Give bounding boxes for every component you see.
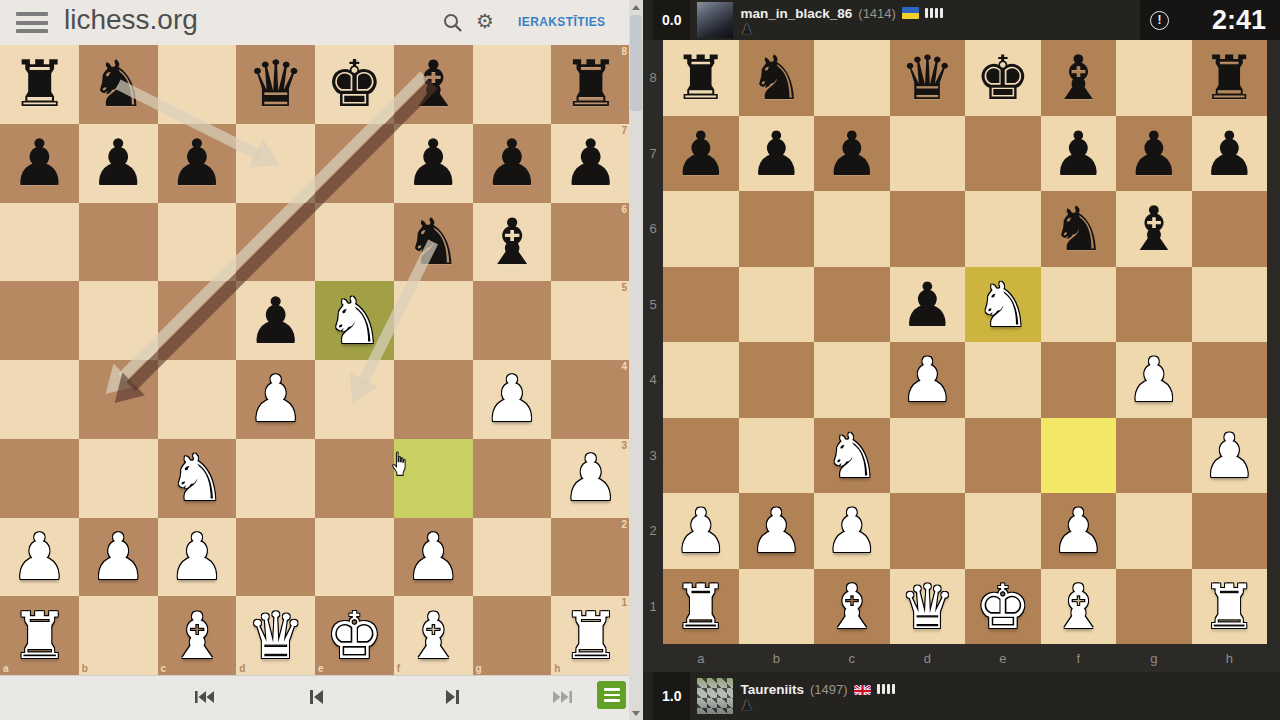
square-a6[interactable] [663,191,739,267]
screen: lichess.org ⚙ IERAKSTĪTIES ♜♞♛♚♝♜8♟♟♟♟♟♟… [0,0,1280,720]
top-clock-time: 2:41 [1212,5,1266,36]
rank-label: 5 [643,267,663,343]
square-c5[interactable] [158,281,237,360]
square-g3[interactable] [473,439,552,518]
square-c8[interactable] [158,45,237,124]
analysis-board[interactable]: ♜♞♛♚♝♜8♟♟♟♟♟♟7♞♝6♟♞5♟♟4♞♟3♟♟♟♟2♜ab♝c♛d♚e… [0,45,630,675]
top-player-bar: 0.0 man_in_black_86 (1414) ♟ ! 2:41 [643,0,1280,40]
square-a3[interactable] [663,418,739,494]
square-h5[interactable] [1192,267,1268,343]
square-e8[interactable]: ♚ [965,40,1041,116]
square-f3[interactable] [1041,418,1117,494]
file-label: h [1192,644,1268,672]
black-knight-b8[interactable]: ♞ [89,52,146,116]
square-a6[interactable] [0,203,79,282]
black-pawn-f7[interactable]: ♟ [404,131,461,195]
rank-label: 3 [621,440,627,451]
square-c1[interactable]: ♝ [814,569,890,645]
square-h2[interactable] [1192,493,1268,569]
rank-labels: 87654321 [643,40,663,644]
rank-label: 6 [643,191,663,267]
file-label: e [965,644,1041,672]
file-label: b [82,663,88,674]
connection-bars-icon [925,8,943,18]
file-label: c [814,644,890,672]
white-queen-d1[interactable]: ♛ [900,576,955,637]
square-e8[interactable]: ♚ [315,45,394,124]
top-player-score: 0.0 [653,0,690,40]
square-e5[interactable]: ♞ [315,281,394,360]
square-d1[interactable]: ♛d [236,596,315,675]
united-kingdom-flag-icon [854,683,871,695]
white-pawn-d4[interactable]: ♟ [247,367,304,431]
rank-label: 8 [621,46,627,57]
square-a8[interactable]: ♜ [663,40,739,116]
black-queen-d8[interactable]: ♛ [900,47,955,108]
square-b1[interactable]: b [79,596,158,675]
square-d3[interactable] [890,418,966,494]
info-icon[interactable]: ! [1150,11,1169,30]
square-f8[interactable]: ♝ [394,45,473,124]
square-g5[interactable] [473,281,552,360]
file-labels: abcdefgh [663,644,1267,672]
square-g8[interactable] [1116,40,1192,116]
square-h6[interactable]: 6 [551,203,630,282]
square-c6[interactable] [158,203,237,282]
site-title[interactable]: lichess.org [64,4,198,36]
square-b1[interactable] [739,569,815,645]
square-a1[interactable]: ♜a [0,596,79,675]
black-bishop-g6[interactable]: ♝ [1126,198,1181,259]
white-bishop-f1[interactable]: ♝ [404,604,461,668]
top-player-clock: ! 2:41 [1140,0,1280,40]
lichess-header: lichess.org ⚙ IERAKSTĪTIES [0,0,629,45]
square-h1[interactable]: ♜ [1192,569,1268,645]
square-h1[interactable]: ♜h1 [551,596,630,675]
square-g3[interactable] [1116,418,1192,494]
square-a4[interactable] [0,360,79,439]
square-a5[interactable] [0,281,79,360]
black-pawn-a7[interactable]: ♟ [673,123,728,184]
black-bishop-f8[interactable]: ♝ [1051,47,1106,108]
square-c1[interactable]: ♝c [158,596,237,675]
square-e6[interactable] [965,191,1041,267]
black-knight-f6[interactable]: ♞ [404,210,461,274]
file-label: a [3,663,9,674]
square-h8[interactable]: ♜8 [551,45,630,124]
square-e2[interactable] [315,518,394,597]
black-pawn-g7[interactable]: ♟ [1126,123,1181,184]
square-c4[interactable] [814,342,890,418]
white-pawn-f2[interactable]: ♟ [404,525,461,589]
square-a5[interactable] [663,267,739,343]
square-b8[interactable]: ♞ [739,40,815,116]
rank-label: 7 [621,125,627,136]
bottom-player-bar: 1.0 Taureniits (1497) [643,672,1280,720]
move-navigation-bar [0,675,629,720]
square-g1[interactable]: g [473,596,552,675]
square-f4[interactable] [394,360,473,439]
white-knight-e5[interactable]: ♞ [326,289,383,353]
square-b4[interactable] [79,360,158,439]
square-d4[interactable]: ♟ [236,360,315,439]
square-f2[interactable]: ♟ [394,518,473,597]
black-king-e8[interactable]: ♚ [975,47,1030,108]
rank-label: 1 [643,569,663,645]
square-g5[interactable] [1116,267,1192,343]
square-g7[interactable]: ♟ [473,124,552,203]
square-e5[interactable]: ♞ [965,267,1041,343]
white-pawn-b2[interactable]: ♟ [89,525,146,589]
white-king-e1[interactable]: ♚ [975,576,1030,637]
square-h7[interactable]: ♟7 [551,124,630,203]
white-pawn-h3[interactable]: ♟ [562,446,619,510]
file-label: e [318,663,324,674]
file-label: g [1116,644,1192,672]
black-bishop-f8[interactable]: ♝ [404,52,461,116]
square-d5[interactable]: ♟ [890,267,966,343]
square-d2[interactable] [890,493,966,569]
white-bishop-f1[interactable]: ♝ [1051,576,1106,637]
file-label: d [239,663,245,674]
square-b7[interactable]: ♟ [79,124,158,203]
bottom-player-score: 1.0 [653,672,690,720]
square-f4[interactable] [1041,342,1117,418]
rank-label: 5 [621,282,627,293]
black-pawn-b7[interactable]: ♟ [89,131,146,195]
square-a7[interactable]: ♟ [663,116,739,192]
square-e4[interactable] [315,360,394,439]
square-a4[interactable] [663,342,739,418]
square-b2[interactable]: ♟ [79,518,158,597]
rank-label: 6 [621,204,627,215]
previous-move-button[interactable] [300,684,334,710]
square-g7[interactable]: ♟ [1116,116,1192,192]
square-h3[interactable]: ♟3 [551,439,630,518]
square-c7[interactable]: ♟ [158,124,237,203]
square-h6[interactable] [1192,191,1268,267]
file-label: b [739,644,815,672]
black-knight-f6[interactable]: ♞ [1051,198,1106,259]
square-g4[interactable]: ♟ [1116,342,1192,418]
black-pawn-h7[interactable]: ♟ [1202,123,1257,184]
square-c7[interactable]: ♟ [814,116,890,192]
square-b3[interactable] [739,418,815,494]
square-c5[interactable] [814,267,890,343]
square-e1[interactable]: ♚ [965,569,1041,645]
square-e7[interactable] [315,124,394,203]
white-rook-h1[interactable]: ♜ [562,604,619,668]
square-a3[interactable] [0,439,79,518]
live-game-panel: 0.0 man_in_black_86 (1414) ♟ ! 2:41 [643,0,1280,720]
file-label: g [476,663,482,674]
white-pawn-a2[interactable]: ♟ [673,500,728,561]
black-pawn-f7[interactable]: ♟ [1051,123,1106,184]
white-rook-h1[interactable]: ♜ [1202,576,1257,637]
square-b6[interactable] [79,203,158,282]
square-h4[interactable]: 4 [551,360,630,439]
black-rook-h8[interactable]: ♜ [1202,47,1257,108]
top-player-avatar[interactable] [697,2,733,38]
search-icon[interactable] [442,12,464,34]
square-c4[interactable] [158,360,237,439]
captured-pawn-icon: ♟ [740,699,753,711]
square-b2[interactable]: ♟ [739,493,815,569]
square-d4[interactable]: ♟ [890,342,966,418]
square-b8[interactable]: ♞ [79,45,158,124]
square-f7[interactable]: ♟ [394,124,473,203]
white-king-e1[interactable]: ♚ [326,604,383,668]
white-pawn-c2[interactable]: ♟ [168,525,225,589]
square-h5[interactable]: 5 [551,281,630,360]
square-e4[interactable] [965,342,1041,418]
top-player-rating: (1414) [858,6,896,21]
rank-label: 7 [643,116,663,192]
rank-label: 2 [643,493,663,569]
square-a1[interactable]: ♜ [663,569,739,645]
square-g8[interactable] [473,45,552,124]
square-b5[interactable] [739,267,815,343]
black-knight-b8[interactable]: ♞ [749,47,804,108]
white-rook-a1[interactable]: ♜ [11,604,68,668]
square-d1[interactable]: ♛ [890,569,966,645]
black-pawn-b7[interactable]: ♟ [749,123,804,184]
connection-bars-icon [877,684,895,694]
square-h2[interactable]: 2 [551,518,630,597]
white-pawn-b2[interactable]: ♟ [749,500,804,561]
file-label: d [890,644,966,672]
white-pawn-g4[interactable]: ♟ [1126,349,1181,410]
square-f1[interactable]: ♝f [394,596,473,675]
black-pawn-d5[interactable]: ♟ [900,274,955,335]
white-queen-d1[interactable]: ♛ [247,604,304,668]
scroll-up-icon[interactable] [629,0,643,14]
black-pawn-d5[interactable]: ♟ [247,289,304,353]
browser-scrollbar[interactable] [629,0,643,720]
square-f6[interactable]: ♞ [394,203,473,282]
white-knight-c3[interactable]: ♞ [824,425,879,486]
menu-icon[interactable] [16,12,48,33]
square-g2[interactable] [1116,493,1192,569]
bottom-player-avatar[interactable] [697,678,733,714]
square-d6[interactable] [236,203,315,282]
square-d2[interactable] [236,518,315,597]
black-pawn-c7[interactable]: ♟ [824,123,879,184]
square-e3[interactable] [965,418,1041,494]
file-label: a [663,644,739,672]
black-king-e8[interactable]: ♚ [326,52,383,116]
white-pawn-c2[interactable]: ♟ [824,500,879,561]
black-pawn-c7[interactable]: ♟ [168,131,225,195]
gear-icon[interactable]: ⚙ [476,9,494,33]
black-queen-d8[interactable]: ♛ [247,52,304,116]
square-d3[interactable] [236,439,315,518]
white-knight-e5[interactable]: ♞ [975,274,1030,335]
rank-label: 4 [643,342,663,418]
square-e2[interactable] [965,493,1041,569]
square-f8[interactable]: ♝ [1041,40,1117,116]
file-label: h [554,663,560,674]
square-d5[interactable]: ♟ [236,281,315,360]
black-pawn-a7[interactable]: ♟ [11,131,68,195]
square-g6[interactable]: ♝ [473,203,552,282]
white-pawn-a2[interactable]: ♟ [11,525,68,589]
square-g4[interactable]: ♟ [473,360,552,439]
square-b7[interactable]: ♟ [739,116,815,192]
top-player-name[interactable]: man_in_black_86 [740,6,852,21]
square-e1[interactable]: ♚e [315,596,394,675]
square-a2[interactable]: ♟ [663,493,739,569]
black-pawn-h7[interactable]: ♟ [562,131,619,195]
square-g1[interactable] [1116,569,1192,645]
square-d8[interactable]: ♛ [236,45,315,124]
square-f5[interactable] [1041,267,1117,343]
square-a8[interactable]: ♜ [0,45,79,124]
file-label: c [161,663,167,674]
square-e3[interactable] [315,439,394,518]
rank-label: 1 [621,597,627,608]
black-rook-a8[interactable]: ♜ [673,47,728,108]
file-label: f [397,663,400,674]
square-f1[interactable]: ♝ [1041,569,1117,645]
square-c2[interactable]: ♟ [158,518,237,597]
square-e6[interactable] [315,203,394,282]
game-board[interactable]: ♜♞♛♚♝♜♟♟♟♟♟♟♞♝♟♞♟♟♞♟♟♟♟♟♜♝♛♚♝♜ [663,40,1267,644]
square-g2[interactable] [473,518,552,597]
first-move-button[interactable] [188,684,222,710]
square-c6[interactable] [814,191,890,267]
square-d6[interactable] [890,191,966,267]
white-pawn-g4[interactable]: ♟ [483,367,540,431]
bottom-player-rating: (1497) [810,682,848,697]
bottom-player-name[interactable]: Taureniits [740,682,804,697]
square-c2[interactable]: ♟ [814,493,890,569]
square-d8[interactable]: ♛ [890,40,966,116]
scroll-down-icon[interactable] [629,706,643,720]
white-pawn-f2[interactable]: ♟ [1051,500,1106,561]
square-f6[interactable]: ♞ [1041,191,1117,267]
black-rook-a8[interactable]: ♜ [11,52,68,116]
black-rook-h8[interactable]: ♜ [562,52,619,116]
file-label: f [1041,644,1117,672]
square-f5[interactable] [394,281,473,360]
lichess-panel: lichess.org ⚙ IERAKSTĪTIES ♜♞♛♚♝♜8♟♟♟♟♟♟… [0,0,643,720]
white-rook-a1[interactable]: ♜ [673,576,728,637]
square-c3[interactable]: ♞ [814,418,890,494]
square-a2[interactable]: ♟ [0,518,79,597]
square-d7[interactable] [890,116,966,192]
square-f7[interactable]: ♟ [1041,116,1117,192]
white-pawn-h3[interactable]: ♟ [1202,425,1257,486]
square-b5[interactable] [79,281,158,360]
rank-label: 3 [643,418,663,494]
square-b4[interactable] [739,342,815,418]
square-c3[interactable]: ♞ [158,439,237,518]
black-pawn-g7[interactable]: ♟ [483,131,540,195]
rank-label: 4 [621,361,627,372]
sign-in-link[interactable]: IERAKSTĪTIES [518,15,605,29]
square-c8[interactable] [814,40,890,116]
scrollbar-thumb[interactable] [630,15,642,111]
last-move-button[interactable] [545,684,579,710]
square-f3[interactable] [394,439,473,518]
white-pawn-d4[interactable]: ♟ [900,349,955,410]
next-move-button[interactable] [435,684,469,710]
board-menu-button[interactable] [597,681,626,709]
square-b6[interactable] [739,191,815,267]
black-bishop-g6[interactable]: ♝ [483,210,540,274]
square-h3[interactable]: ♟ [1192,418,1268,494]
square-e7[interactable] [965,116,1041,192]
square-g6[interactable]: ♝ [1116,191,1192,267]
square-b3[interactable] [79,439,158,518]
square-h4[interactable] [1192,342,1268,418]
square-f2[interactable]: ♟ [1041,493,1117,569]
white-knight-c3[interactable]: ♞ [168,446,225,510]
ukraine-flag-icon [902,7,919,19]
captured-pawn-icon: ♟ [740,23,753,35]
white-bishop-c1[interactable]: ♝ [824,576,879,637]
square-h8[interactable]: ♜ [1192,40,1268,116]
square-h7[interactable]: ♟ [1192,116,1268,192]
square-a7[interactable]: ♟ [0,124,79,203]
rank-label: 8 [643,40,663,116]
rank-label: 2 [621,519,627,530]
white-bishop-c1[interactable]: ♝ [168,604,225,668]
square-d7[interactable] [236,124,315,203]
